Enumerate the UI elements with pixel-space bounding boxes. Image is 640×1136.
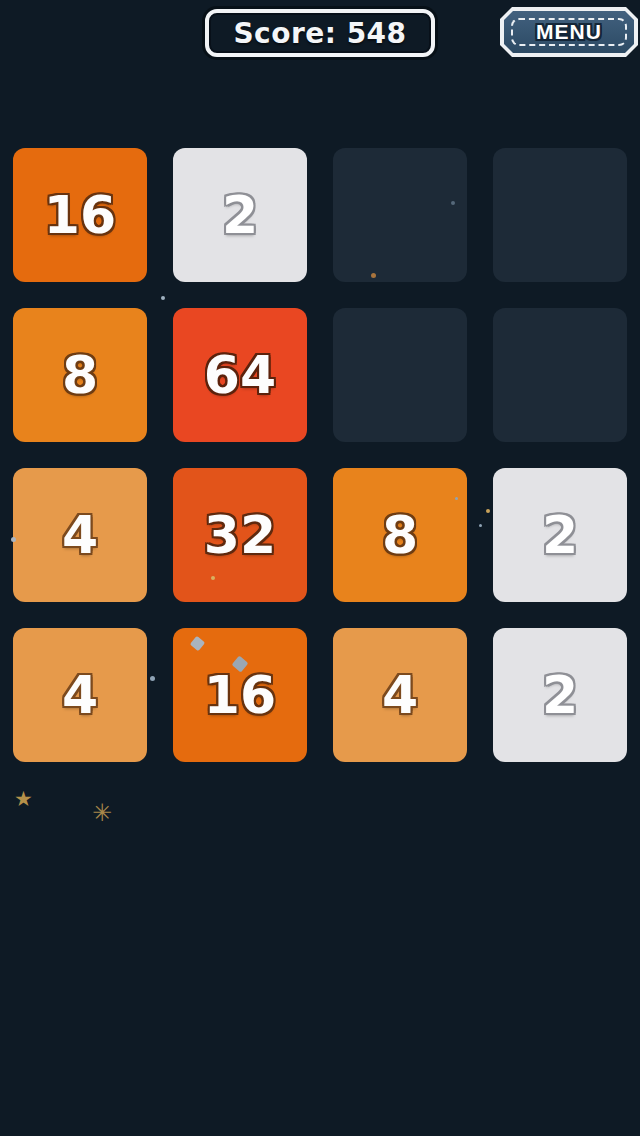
tile-16: 16 (173, 628, 307, 762)
score-text: Score: 548 (233, 17, 406, 50)
tile-value: 4 (382, 669, 418, 721)
tile-2: 2 (173, 148, 307, 282)
tile-64: 64 (173, 308, 307, 442)
menu-button[interactable]: MENU (500, 7, 638, 57)
tile-value: 4 (62, 669, 98, 721)
empty-cell (333, 148, 467, 282)
tile-16: 16 (13, 148, 147, 282)
sparkle-burst-icon: ✳ (92, 801, 112, 825)
tile-4: 4 (13, 628, 147, 762)
empty-cell (333, 308, 467, 442)
tile-2: 2 (493, 628, 627, 762)
tile-value: 8 (62, 349, 98, 401)
tile-value: 2 (542, 669, 578, 721)
tile-value: 4 (62, 509, 98, 561)
tile-4: 4 (13, 468, 147, 602)
menu-button-label: MENU (536, 20, 602, 44)
sparkle-star-icon: ★ (14, 789, 33, 810)
empty-cell (493, 148, 627, 282)
tile-value: 16 (44, 189, 116, 241)
menu-button-face: MENU (504, 11, 634, 53)
tile-8: 8 (333, 468, 467, 602)
tile-value: 2 (222, 189, 258, 241)
tile-2: 2 (493, 468, 627, 602)
tile-8: 8 (13, 308, 147, 442)
score-display: Score: 548 (205, 9, 435, 57)
tile-value: 32 (204, 509, 276, 561)
empty-cell (493, 308, 627, 442)
tile-value: 2 (542, 509, 578, 561)
tile-value: 8 (382, 509, 418, 561)
tile-4: 4 (333, 628, 467, 762)
tile-32: 32 (173, 468, 307, 602)
board-grid[interactable]: 1628644328241642 (13, 148, 627, 762)
tile-value: 64 (204, 349, 276, 401)
tile-value: 16 (204, 669, 276, 721)
